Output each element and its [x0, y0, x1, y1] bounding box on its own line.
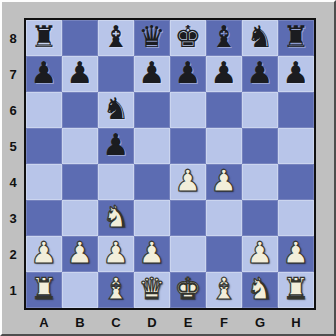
square-e1[interactable]: ♚	[170, 272, 206, 308]
black-rook[interactable]: ♜	[283, 19, 310, 55]
file-label-f: F	[206, 310, 242, 334]
square-e6[interactable]	[170, 92, 206, 128]
square-c6[interactable]: ♞	[98, 92, 134, 128]
square-a3[interactable]	[26, 200, 62, 236]
square-g5[interactable]	[242, 128, 278, 164]
black-pawn[interactable]: ♟	[211, 55, 238, 91]
white-king[interactable]: ♚	[175, 271, 202, 307]
black-knight[interactable]: ♞	[103, 91, 130, 127]
square-c1[interactable]: ♝	[98, 272, 134, 308]
white-pawn[interactable]: ♟	[31, 235, 58, 271]
square-b2[interactable]: ♟	[62, 236, 98, 272]
square-g7[interactable]: ♟	[242, 56, 278, 92]
square-f6[interactable]	[206, 92, 242, 128]
square-f1[interactable]: ♝	[206, 272, 242, 308]
square-h6[interactable]	[278, 92, 314, 128]
white-bishop[interactable]: ♝	[211, 271, 238, 307]
square-b5[interactable]	[62, 128, 98, 164]
square-e8[interactable]: ♚	[170, 20, 206, 56]
square-e4[interactable]: ♟	[170, 164, 206, 200]
white-pawn[interactable]: ♟	[211, 163, 238, 199]
square-d2[interactable]: ♟	[134, 236, 170, 272]
square-h3[interactable]	[278, 200, 314, 236]
square-c8[interactable]: ♝	[98, 20, 134, 56]
black-bishop[interactable]: ♝	[103, 19, 130, 55]
white-rook[interactable]: ♜	[283, 271, 310, 307]
square-a4[interactable]	[26, 164, 62, 200]
black-pawn[interactable]: ♟	[175, 55, 202, 91]
file-label-h: H	[278, 310, 314, 334]
file-label-d: D	[134, 310, 170, 334]
square-b8[interactable]	[62, 20, 98, 56]
square-f2[interactable]	[206, 236, 242, 272]
rank-label-8: 8	[2, 20, 24, 56]
square-e7[interactable]: ♟	[170, 56, 206, 92]
rank-label-3: 3	[2, 200, 24, 236]
square-b4[interactable]	[62, 164, 98, 200]
rank-label-2: 2	[2, 236, 24, 272]
file-labels: ABCDEFGH	[26, 310, 314, 334]
black-rook[interactable]: ♜	[31, 19, 58, 55]
square-c7[interactable]	[98, 56, 134, 92]
square-c5[interactable]: ♟	[98, 128, 134, 164]
square-g2[interactable]: ♟	[242, 236, 278, 272]
file-label-g: G	[242, 310, 278, 334]
square-d1[interactable]: ♛	[134, 272, 170, 308]
white-pawn[interactable]: ♟	[247, 235, 274, 271]
square-b6[interactable]	[62, 92, 98, 128]
square-d8[interactable]: ♛	[134, 20, 170, 56]
file-label-e: E	[170, 310, 206, 334]
white-knight[interactable]: ♞	[247, 271, 274, 307]
white-pawn[interactable]: ♟	[139, 235, 166, 271]
black-queen[interactable]: ♛	[139, 19, 166, 55]
square-h8[interactable]: ♜	[278, 20, 314, 56]
rank-label-5: 5	[2, 128, 24, 164]
white-queen[interactable]: ♛	[139, 271, 166, 307]
square-e3[interactable]	[170, 200, 206, 236]
rank-label-7: 7	[2, 56, 24, 92]
square-d5[interactable]	[134, 128, 170, 164]
white-knight[interactable]: ♞	[103, 199, 130, 235]
square-f5[interactable]	[206, 128, 242, 164]
rank-label-1: 1	[2, 272, 24, 308]
square-c2[interactable]: ♟	[98, 236, 134, 272]
square-f3[interactable]	[206, 200, 242, 236]
rank-labels: 87654321	[2, 20, 24, 308]
black-pawn[interactable]: ♟	[31, 55, 58, 91]
square-a5[interactable]	[26, 128, 62, 164]
square-b7[interactable]: ♟	[62, 56, 98, 92]
white-bishop[interactable]: ♝	[103, 271, 130, 307]
square-f4[interactable]: ♟	[206, 164, 242, 200]
square-a7[interactable]: ♟	[26, 56, 62, 92]
white-pawn[interactable]: ♟	[103, 235, 130, 271]
white-pawn[interactable]: ♟	[283, 235, 310, 271]
file-label-b: B	[62, 310, 98, 334]
square-e2[interactable]	[170, 236, 206, 272]
black-knight[interactable]: ♞	[247, 19, 274, 55]
square-a6[interactable]	[26, 92, 62, 128]
white-pawn[interactable]: ♟	[67, 235, 94, 271]
board: ♜♝♛♚♝♞♜♟♟♟♟♟♟♟♞♟♟♟♞♟♟♟♟♟♟♜♝♛♚♝♞♜	[24, 18, 316, 310]
square-h1[interactable]: ♜	[278, 272, 314, 308]
chess-panel: 87654321 ♜♝♛♚♝♞♜♟♟♟♟♟♟♟♞♟♟♟♞♟♟♟♟♟♟♜♝♛♚♝♞…	[0, 0, 336, 336]
square-g8[interactable]: ♞	[242, 20, 278, 56]
black-pawn[interactable]: ♟	[139, 55, 166, 91]
square-g3[interactable]	[242, 200, 278, 236]
square-g4[interactable]	[242, 164, 278, 200]
square-e5[interactable]	[170, 128, 206, 164]
square-b3[interactable]	[62, 200, 98, 236]
square-a2[interactable]: ♟	[26, 236, 62, 272]
black-king[interactable]: ♚	[175, 19, 202, 55]
black-pawn[interactable]: ♟	[67, 55, 94, 91]
file-label-a: A	[26, 310, 62, 334]
square-d4[interactable]	[134, 164, 170, 200]
black-pawn[interactable]: ♟	[247, 55, 274, 91]
rank-label-4: 4	[2, 164, 24, 200]
square-h2[interactable]: ♟	[278, 236, 314, 272]
square-c3[interactable]: ♞	[98, 200, 134, 236]
square-f7[interactable]: ♟	[206, 56, 242, 92]
square-a1[interactable]: ♜	[26, 272, 62, 308]
square-d7[interactable]: ♟	[134, 56, 170, 92]
square-b1[interactable]	[62, 272, 98, 308]
file-label-c: C	[98, 310, 134, 334]
square-g6[interactable]	[242, 92, 278, 128]
white-pawn[interactable]: ♟	[175, 163, 202, 199]
black-bishop[interactable]: ♝	[211, 19, 238, 55]
square-f8[interactable]: ♝	[206, 20, 242, 56]
square-a8[interactable]: ♜	[26, 20, 62, 56]
square-d3[interactable]	[134, 200, 170, 236]
rank-label-6: 6	[2, 92, 24, 128]
square-g1[interactable]: ♞	[242, 272, 278, 308]
black-pawn[interactable]: ♟	[103, 127, 130, 163]
white-rook[interactable]: ♜	[31, 271, 58, 307]
square-h4[interactable]	[278, 164, 314, 200]
square-c4[interactable]	[98, 164, 134, 200]
square-d6[interactable]	[134, 92, 170, 128]
square-h5[interactable]	[278, 128, 314, 164]
black-pawn[interactable]: ♟	[283, 55, 310, 91]
square-h7[interactable]: ♟	[278, 56, 314, 92]
